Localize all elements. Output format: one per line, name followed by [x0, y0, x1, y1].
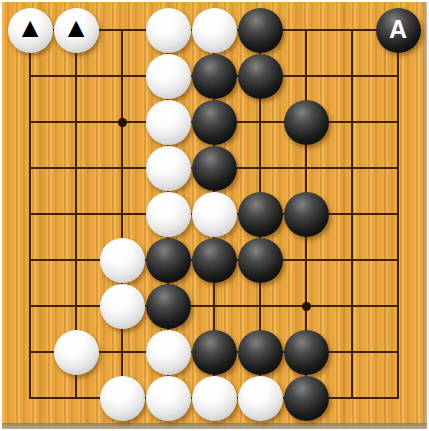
star-point: [302, 302, 311, 311]
white-stone: [54, 330, 99, 375]
star-point: [118, 118, 127, 127]
intersection[interactable]: [375, 53, 421, 99]
black-stone: [284, 376, 329, 421]
intersection[interactable]: [53, 191, 99, 237]
intersection[interactable]: [375, 237, 421, 283]
intersection[interactable]: [191, 329, 237, 375]
intersection[interactable]: [283, 375, 329, 421]
intersection[interactable]: [145, 237, 191, 283]
intersection[interactable]: [99, 7, 145, 53]
intersection[interactable]: [145, 7, 191, 53]
intersection[interactable]: [329, 375, 375, 421]
intersection[interactable]: [329, 99, 375, 145]
intersection[interactable]: [329, 237, 375, 283]
intersection[interactable]: [375, 191, 421, 237]
intersection[interactable]: [53, 53, 99, 99]
go-board: ▲▲A: [2, 2, 427, 429]
board-edge-shadow-bottom: [2, 423, 427, 429]
black-stone: [238, 330, 283, 375]
intersection[interactable]: [7, 53, 53, 99]
intersection[interactable]: ▲: [7, 7, 53, 53]
black-stone: [284, 100, 329, 145]
white-stone: [192, 8, 237, 53]
intersection[interactable]: [375, 145, 421, 191]
intersection[interactable]: [237, 375, 283, 421]
intersection[interactable]: [53, 375, 99, 421]
black-stone: [192, 330, 237, 375]
black-stone: [238, 192, 283, 237]
black-stone: [192, 54, 237, 99]
white-stone: [146, 54, 191, 99]
white-stone: ▲: [54, 8, 99, 53]
white-stone: [146, 330, 191, 375]
intersection[interactable]: [53, 237, 99, 283]
black-stone: [284, 330, 329, 375]
intersection[interactable]: [191, 99, 237, 145]
intersection[interactable]: [191, 375, 237, 421]
intersection[interactable]: [191, 237, 237, 283]
intersection[interactable]: [237, 145, 283, 191]
intersection[interactable]: [145, 283, 191, 329]
white-stone: [146, 100, 191, 145]
intersection[interactable]: [375, 375, 421, 421]
intersection[interactable]: [237, 237, 283, 283]
triangle-mark-icon: ▲: [16, 14, 44, 42]
intersection[interactable]: [145, 191, 191, 237]
board-grid: ▲▲A: [7, 7, 421, 421]
intersection[interactable]: [53, 99, 99, 145]
intersection[interactable]: ▲: [53, 7, 99, 53]
white-stone: [146, 376, 191, 421]
intersection[interactable]: [145, 375, 191, 421]
white-stone: [146, 192, 191, 237]
intersection[interactable]: [329, 191, 375, 237]
intersection[interactable]: [329, 53, 375, 99]
intersection[interactable]: [7, 237, 53, 283]
black-stone: [192, 100, 237, 145]
black-stone: [284, 192, 329, 237]
intersection[interactable]: [283, 53, 329, 99]
intersection[interactable]: [375, 329, 421, 375]
intersection[interactable]: A: [375, 7, 421, 53]
intersection[interactable]: [329, 329, 375, 375]
white-stone: [192, 376, 237, 421]
white-stone: [100, 376, 145, 421]
intersection[interactable]: [329, 145, 375, 191]
black-stone: [192, 238, 237, 283]
intersection[interactable]: [145, 329, 191, 375]
black-stone: [192, 146, 237, 191]
intersection[interactable]: [283, 191, 329, 237]
intersection[interactable]: [53, 329, 99, 375]
intersection[interactable]: [99, 53, 145, 99]
white-stone: [192, 192, 237, 237]
black-stone: [146, 238, 191, 283]
black-stone: [238, 54, 283, 99]
intersection[interactable]: [53, 283, 99, 329]
intersection[interactable]: [145, 99, 191, 145]
triangle-mark-icon: ▲: [62, 14, 90, 42]
white-stone: [146, 146, 191, 191]
white-stone: [146, 8, 191, 53]
intersection[interactable]: [237, 283, 283, 329]
intersection[interactable]: [191, 7, 237, 53]
intersection[interactable]: [283, 283, 329, 329]
intersection[interactable]: [237, 7, 283, 53]
intersection[interactable]: [99, 99, 145, 145]
intersection[interactable]: [99, 375, 145, 421]
intersection[interactable]: [283, 237, 329, 283]
intersection[interactable]: [99, 237, 145, 283]
black-stone: A: [376, 8, 421, 53]
intersection[interactable]: [191, 191, 237, 237]
black-stone: [238, 8, 283, 53]
intersection[interactable]: [237, 329, 283, 375]
intersection[interactable]: [99, 145, 145, 191]
intersection[interactable]: [237, 53, 283, 99]
intersection[interactable]: [237, 191, 283, 237]
intersection[interactable]: [191, 283, 237, 329]
intersection[interactable]: [375, 283, 421, 329]
intersection[interactable]: [7, 329, 53, 375]
screenshot-frame: ▲▲A: [0, 0, 429, 431]
intersection[interactable]: [329, 283, 375, 329]
intersection[interactable]: [283, 7, 329, 53]
stone-label: A: [389, 17, 407, 42]
black-stone: [238, 238, 283, 283]
intersection[interactable]: [145, 145, 191, 191]
white-stone: [238, 376, 283, 421]
intersection[interactable]: [191, 145, 237, 191]
intersection[interactable]: [329, 7, 375, 53]
white-stone: ▲: [8, 8, 53, 53]
white-stone: [100, 284, 145, 329]
intersection[interactable]: [283, 329, 329, 375]
intersection[interactable]: [99, 283, 145, 329]
intersection[interactable]: [191, 53, 237, 99]
intersection[interactable]: [7, 283, 53, 329]
intersection[interactable]: [283, 145, 329, 191]
intersection[interactable]: [375, 99, 421, 145]
black-stone: [146, 284, 191, 329]
white-stone: [100, 238, 145, 283]
intersection[interactable]: [53, 145, 99, 191]
intersection[interactable]: [7, 375, 53, 421]
intersection[interactable]: [237, 99, 283, 145]
board-edge-shadow-right: [423, 2, 427, 429]
intersection[interactable]: [99, 191, 145, 237]
intersection[interactable]: [99, 329, 145, 375]
intersection[interactable]: [283, 99, 329, 145]
intersection[interactable]: [145, 53, 191, 99]
intersection[interactable]: [7, 191, 53, 237]
intersection[interactable]: [7, 145, 53, 191]
intersection[interactable]: [7, 99, 53, 145]
